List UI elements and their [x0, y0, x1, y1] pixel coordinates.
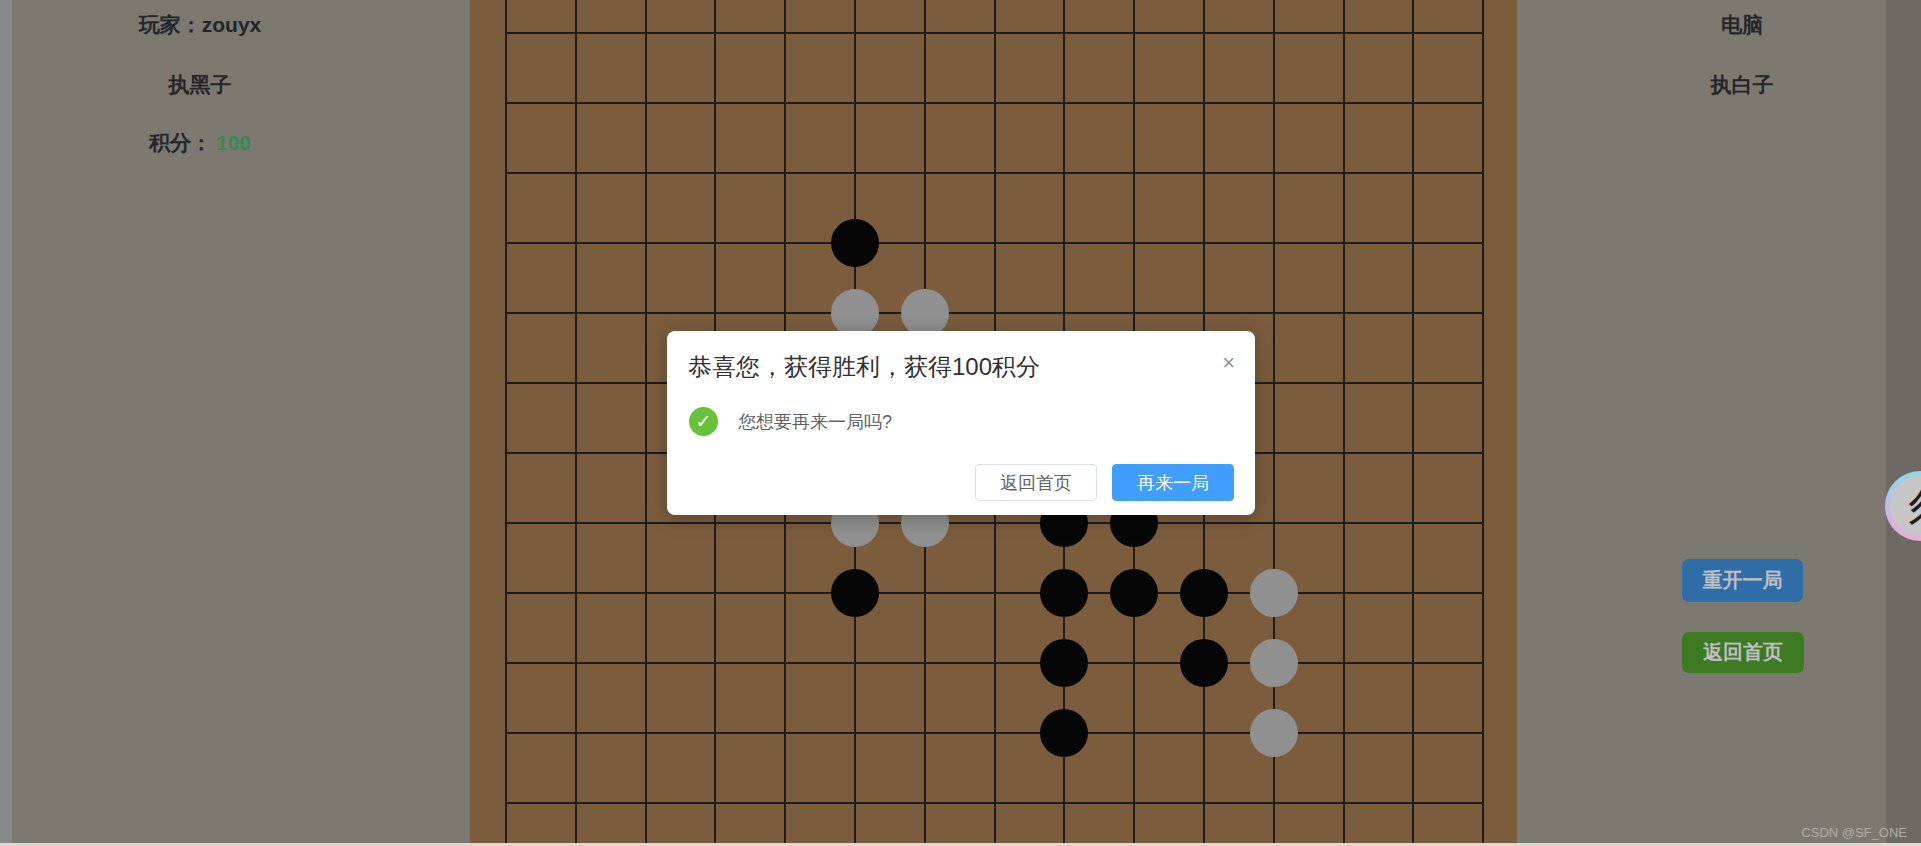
dialog-play-again-button[interactable]: 再来一局 [1112, 464, 1234, 501]
score-label: 积分： [149, 131, 212, 154]
black-stone [1040, 639, 1088, 687]
floating-widget-face: 彡 [1890, 476, 1921, 536]
white-stone [901, 289, 949, 337]
grid-hline [505, 662, 1484, 664]
grid-hline [505, 802, 1484, 804]
grid-hline [505, 732, 1484, 734]
white-stone [1250, 709, 1298, 757]
black-stone [1180, 639, 1228, 687]
grid-vline [645, 0, 647, 846]
dialog-title: 恭喜您，获得胜利，获得100积分 [688, 351, 1040, 383]
grid-vline [575, 0, 577, 846]
close-icon[interactable]: × [1222, 352, 1235, 374]
player-label: 玩家： [139, 13, 202, 36]
black-stone [1040, 569, 1088, 617]
left-scrollbar-track[interactable] [0, 0, 12, 846]
grid-vline [1343, 0, 1345, 846]
victory-dialog: 恭喜您，获得胜利，获得100积分 × ✓ 您想要再来一局吗? 返回首页 再来一局 [667, 331, 1255, 515]
player-row: 玩家：zouyx [50, 10, 350, 39]
black-stone [1040, 709, 1088, 757]
dialog-message: 您想要再来一局吗? [738, 410, 892, 434]
score-value: 100 [216, 131, 251, 154]
white-stone [831, 289, 879, 337]
opponent-name: 电脑 [1592, 10, 1892, 39]
right-edge-strip [1886, 0, 1921, 846]
computer-panel: 电脑 执白子 [1592, 0, 1892, 300]
player-name: zouyx [202, 13, 262, 36]
score-row: 积分：100 [50, 128, 350, 157]
grid-vline [1482, 0, 1484, 846]
black-stone [831, 569, 879, 617]
grid-hline [505, 522, 1484, 524]
grid-hline [505, 172, 1484, 174]
white-stone [1250, 569, 1298, 617]
success-check-icon: ✓ [689, 407, 718, 436]
back-home-button[interactable]: 返回首页 [1682, 632, 1804, 673]
grid-hline [505, 592, 1484, 594]
black-stone [831, 219, 879, 267]
grid-hline [505, 312, 1484, 314]
black-stone [1110, 569, 1158, 617]
widget-logo-icon: 彡 [1899, 482, 1921, 530]
white-stone [1250, 639, 1298, 687]
watermark: CSDN @SF_ONE [1801, 825, 1907, 840]
restart-game-button[interactable]: 重开一局 [1682, 559, 1803, 602]
black-stone [1180, 569, 1228, 617]
grid-vline [1412, 0, 1414, 846]
grid-hline [505, 32, 1484, 34]
grid-hline [505, 242, 1484, 244]
grid-vline [505, 0, 507, 846]
player-side-label: 执黑子 [50, 70, 350, 99]
opponent-side-label: 执白子 [1592, 70, 1892, 99]
player-panel: 玩家：zouyx 执黑子 积分：100 [50, 0, 350, 300]
grid-hline [505, 102, 1484, 104]
dialog-back-home-button[interactable]: 返回首页 [975, 464, 1097, 501]
